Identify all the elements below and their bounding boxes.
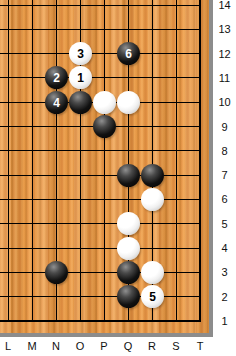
grid-line-column-T — [199, 0, 201, 322]
stone-black-Q3[interactable] — [117, 261, 140, 284]
row-label-14: 14 — [213, 0, 236, 12]
row-label-4: 4 — [213, 241, 236, 255]
move-number-3: 3 — [77, 47, 84, 61]
row-label-13: 13 — [213, 22, 236, 36]
column-label-S: S — [164, 339, 188, 353]
column-coordinate-strip: LMNOPQRST — [0, 337, 213, 356]
row-label-12: 12 — [213, 47, 236, 61]
move-number-1: 1 — [77, 71, 84, 85]
grid-line-row-14 — [0, 5, 201, 6]
column-label-R: R — [140, 339, 164, 353]
grid-line-row-6 — [0, 199, 201, 200]
grid-line-row-1 — [0, 320, 201, 322]
grid-line-column-M — [32, 0, 33, 322]
grid-line-row-3 — [0, 272, 201, 273]
stone-white-O12[interactable]: 3 — [69, 42, 92, 65]
grid-line-column-L — [8, 0, 9, 322]
grid-line-row-8 — [0, 150, 201, 151]
row-label-3: 3 — [213, 265, 236, 279]
grid-line-row-4 — [0, 248, 201, 249]
move-number-4: 4 — [53, 96, 60, 110]
grid-line-row-2 — [0, 296, 201, 297]
row-label-2: 2 — [213, 290, 236, 304]
stone-white-Q4[interactable] — [117, 237, 140, 260]
column-label-T: T — [188, 339, 212, 353]
row-label-7: 7 — [213, 168, 236, 182]
stone-white-R6[interactable] — [141, 188, 164, 211]
row-label-5: 5 — [213, 217, 236, 231]
stone-black-N10[interactable]: 4 — [45, 91, 68, 114]
column-label-M: M — [20, 339, 44, 353]
column-label-L: L — [0, 339, 20, 353]
stone-white-P10[interactable] — [93, 91, 116, 114]
stone-white-Q10[interactable] — [117, 91, 140, 114]
column-label-Q: Q — [116, 339, 140, 353]
stone-white-R2[interactable]: 5 — [141, 285, 164, 308]
row-coordinate-strip: 1413121110987654321 — [213, 0, 236, 356]
move-number-2: 2 — [53, 71, 60, 85]
move-number-5: 5 — [149, 290, 156, 304]
row-label-11: 11 — [213, 71, 236, 85]
grid-line-column-P — [104, 0, 105, 322]
stone-black-Q12[interactable]: 6 — [117, 42, 140, 65]
stone-black-N3[interactable] — [45, 261, 68, 284]
go-board-surface[interactable]: 362145 — [0, 0, 209, 333]
stone-black-N11[interactable]: 2 — [45, 66, 68, 89]
grid-line-row-5 — [0, 223, 201, 224]
grid-line-row-13 — [0, 29, 201, 30]
stone-black-O10[interactable] — [69, 91, 92, 114]
stone-white-R3[interactable] — [141, 261, 164, 284]
row-label-9: 9 — [213, 120, 236, 134]
grid-line-row-12 — [0, 53, 201, 54]
stone-black-P9[interactable] — [93, 115, 116, 138]
column-label-O: O — [68, 339, 92, 353]
column-label-P: P — [92, 339, 116, 353]
grid-line-row-7 — [0, 175, 201, 176]
row-label-1: 1 — [213, 314, 236, 328]
row-label-10: 10 — [213, 95, 236, 109]
go-diagram: 362145 1413121110987654321 LMNOPQRST — [0, 0, 236, 356]
stone-white-Q5[interactable] — [117, 212, 140, 235]
stone-black-Q2[interactable] — [117, 285, 140, 308]
row-label-8: 8 — [213, 144, 236, 158]
stone-black-Q7[interactable] — [117, 164, 140, 187]
stone-black-R7[interactable] — [141, 164, 164, 187]
move-number-6: 6 — [125, 47, 132, 61]
row-label-6: 6 — [213, 192, 236, 206]
column-label-N: N — [44, 339, 68, 353]
grid-line-column-S — [176, 0, 177, 322]
stone-white-O11[interactable]: 1 — [69, 66, 92, 89]
grid-line-row-11 — [0, 77, 201, 78]
